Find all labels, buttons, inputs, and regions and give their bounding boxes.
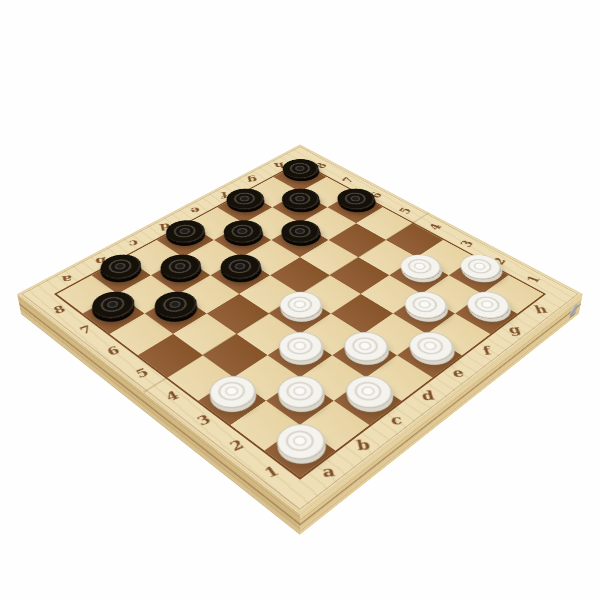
black-piece-b6[interactable] xyxy=(145,286,205,324)
white-piece-f2[interactable] xyxy=(395,286,455,324)
square-g3[interactable] xyxy=(389,257,449,294)
white-piece-d4[interactable] xyxy=(270,286,330,324)
square-e5[interactable] xyxy=(270,257,330,294)
product-photo-scene: abcdefgh abcdefgh 87654321 87654321 xyxy=(0,0,600,600)
metal-clasp xyxy=(570,303,578,317)
